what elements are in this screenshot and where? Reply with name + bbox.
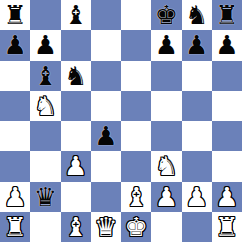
- piece-black-knight[interactable]: ♞: [185, 2, 208, 28]
- square-f7[interactable]: ♟: [151, 30, 181, 60]
- square-d3[interactable]: [91, 151, 121, 181]
- square-a4[interactable]: [0, 121, 30, 151]
- square-h4[interactable]: [212, 121, 242, 151]
- square-d8[interactable]: [91, 0, 121, 30]
- square-a2[interactable]: ♟: [0, 182, 30, 212]
- piece-white-king[interactable]: ♚: [124, 214, 147, 240]
- piece-black-pawn[interactable]: ♟: [3, 32, 26, 58]
- square-g3[interactable]: [182, 151, 212, 181]
- square-h6[interactable]: [212, 61, 242, 91]
- square-f3[interactable]: ♞: [151, 151, 181, 181]
- square-c1[interactable]: ♝: [61, 212, 91, 242]
- piece-white-rook[interactable]: ♜: [3, 214, 26, 240]
- square-a8[interactable]: ♜: [0, 0, 30, 30]
- square-g7[interactable]: ♟: [182, 30, 212, 60]
- square-c4[interactable]: [61, 121, 91, 151]
- piece-white-pawn[interactable]: ♟: [155, 184, 178, 210]
- square-h7[interactable]: ♟: [212, 30, 242, 60]
- piece-black-bishop[interactable]: ♝: [34, 63, 57, 89]
- square-e8[interactable]: [121, 0, 151, 30]
- piece-white-knight[interactable]: ♞: [155, 153, 178, 179]
- square-g1[interactable]: [182, 212, 212, 242]
- piece-black-pawn[interactable]: ♟: [34, 32, 57, 58]
- piece-white-queen[interactable]: ♛: [94, 214, 117, 240]
- square-d2[interactable]: [91, 182, 121, 212]
- square-b3[interactable]: [30, 151, 60, 181]
- piece-black-rook[interactable]: ♜: [3, 2, 26, 28]
- square-h8[interactable]: ♜: [212, 0, 242, 30]
- square-e2[interactable]: ♝: [121, 182, 151, 212]
- piece-black-pawn[interactable]: ♟: [94, 123, 117, 149]
- square-b1[interactable]: [30, 212, 60, 242]
- square-c6[interactable]: ♞: [61, 61, 91, 91]
- square-f1[interactable]: [151, 212, 181, 242]
- square-c8[interactable]: ♝: [61, 0, 91, 30]
- piece-black-queen[interactable]: ♛: [34, 184, 57, 210]
- piece-white-pawn[interactable]: ♟: [185, 184, 208, 210]
- square-g8[interactable]: ♞: [182, 0, 212, 30]
- square-e6[interactable]: [121, 61, 151, 91]
- piece-white-pawn[interactable]: ♟: [215, 184, 238, 210]
- piece-white-bishop[interactable]: ♝: [124, 184, 147, 210]
- piece-black-pawn[interactable]: ♟: [155, 32, 178, 58]
- chess-board: ♜♝♚♞♜♟♟♟♟♟♝♞♞♟♟♞♟♛♝♟♟♟♜♝♛♚♜: [0, 0, 242, 242]
- square-g4[interactable]: [182, 121, 212, 151]
- square-f6[interactable]: [151, 61, 181, 91]
- square-d7[interactable]: [91, 30, 121, 60]
- square-a1[interactable]: ♜: [0, 212, 30, 242]
- square-d6[interactable]: [91, 61, 121, 91]
- square-h2[interactable]: ♟: [212, 182, 242, 212]
- square-c2[interactable]: [61, 182, 91, 212]
- piece-black-king[interactable]: ♚: [155, 2, 178, 28]
- square-g2[interactable]: ♟: [182, 182, 212, 212]
- square-e1[interactable]: ♚: [121, 212, 151, 242]
- square-f4[interactable]: [151, 121, 181, 151]
- square-a5[interactable]: [0, 91, 30, 121]
- square-b2[interactable]: ♛: [30, 182, 60, 212]
- square-b5[interactable]: ♞: [30, 91, 60, 121]
- square-c7[interactable]: [61, 30, 91, 60]
- square-e7[interactable]: [121, 30, 151, 60]
- square-a3[interactable]: [0, 151, 30, 181]
- square-g6[interactable]: [182, 61, 212, 91]
- square-h5[interactable]: [212, 91, 242, 121]
- square-g5[interactable]: [182, 91, 212, 121]
- square-h1[interactable]: ♜: [212, 212, 242, 242]
- piece-white-pawn[interactable]: ♟: [3, 184, 26, 210]
- square-d4[interactable]: ♟: [91, 121, 121, 151]
- square-b6[interactable]: ♝: [30, 61, 60, 91]
- square-d5[interactable]: [91, 91, 121, 121]
- piece-black-knight[interactable]: ♞: [64, 63, 87, 89]
- square-e4[interactable]: [121, 121, 151, 151]
- square-d1[interactable]: ♛: [91, 212, 121, 242]
- square-h3[interactable]: [212, 151, 242, 181]
- piece-black-pawn[interactable]: ♟: [215, 32, 238, 58]
- square-a7[interactable]: ♟: [0, 30, 30, 60]
- square-c3[interactable]: ♟: [61, 151, 91, 181]
- piece-white-rook[interactable]: ♜: [215, 214, 238, 240]
- square-e3[interactable]: [121, 151, 151, 181]
- square-b8[interactable]: [30, 0, 60, 30]
- square-e5[interactable]: [121, 91, 151, 121]
- piece-white-knight[interactable]: ♞: [34, 93, 57, 119]
- square-f2[interactable]: ♟: [151, 182, 181, 212]
- piece-black-bishop[interactable]: ♝: [64, 2, 87, 28]
- square-b4[interactable]: [30, 121, 60, 151]
- piece-white-pawn[interactable]: ♟: [64, 153, 87, 179]
- square-c5[interactable]: [61, 91, 91, 121]
- piece-black-rook[interactable]: ♜: [215, 2, 238, 28]
- square-b7[interactable]: ♟: [30, 30, 60, 60]
- square-f5[interactable]: [151, 91, 181, 121]
- piece-black-pawn[interactable]: ♟: [185, 32, 208, 58]
- piece-white-bishop[interactable]: ♝: [64, 214, 87, 240]
- square-f8[interactable]: ♚: [151, 0, 181, 30]
- square-a6[interactable]: [0, 61, 30, 91]
